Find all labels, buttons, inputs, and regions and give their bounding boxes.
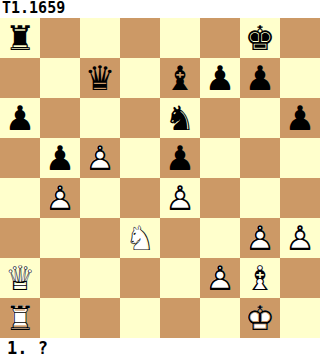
- square-c1[interactable]: [80, 298, 120, 338]
- piece-black-pawn[interactable]: ♟: [0, 98, 40, 138]
- square-b2[interactable]: [40, 258, 80, 298]
- piece-black-knight[interactable]: ♞: [160, 98, 200, 138]
- chess-puzzle-app: T1.1659 ♜♚♛♝♟♟♟♞♟♟♟♙♟♟♙♟♙♞♘♟♙♟♙♛♕♟♙♝♗♜♖♚…: [0, 0, 320, 360]
- square-f6[interactable]: [200, 98, 240, 138]
- square-f5[interactable]: [200, 138, 240, 178]
- square-a4[interactable]: [0, 178, 40, 218]
- piece-white-knight[interactable]: ♘: [120, 218, 160, 258]
- piece-black-pawn[interactable]: ♟: [200, 58, 240, 98]
- piece-black-pawn[interactable]: ♟: [240, 58, 280, 98]
- square-e2[interactable]: [160, 258, 200, 298]
- piece-white-pawn[interactable]: ♙: [280, 218, 320, 258]
- square-b1[interactable]: [40, 298, 80, 338]
- piece-black-pawn[interactable]: ♟: [280, 98, 320, 138]
- piece-white-pawn[interactable]: ♙: [160, 178, 200, 218]
- move-prompt: 1. ?: [0, 338, 320, 360]
- piece-black-bishop[interactable]: ♝: [160, 58, 200, 98]
- square-c4[interactable]: [80, 178, 120, 218]
- square-d3[interactable]: ♞♘: [120, 218, 160, 258]
- square-a5[interactable]: [0, 138, 40, 178]
- piece-white-pawn[interactable]: ♙: [240, 218, 280, 258]
- square-e3[interactable]: [160, 218, 200, 258]
- square-h2[interactable]: [280, 258, 320, 298]
- piece-white-pawn[interactable]: ♙: [200, 258, 240, 298]
- square-c8[interactable]: [80, 18, 120, 58]
- piece-white-king[interactable]: ♔: [240, 298, 280, 338]
- square-g7[interactable]: ♟: [240, 58, 280, 98]
- square-d5[interactable]: [120, 138, 160, 178]
- piece-white-bishop[interactable]: ♗: [240, 258, 280, 298]
- piece-white-queen[interactable]: ♕: [0, 258, 40, 298]
- square-b6[interactable]: [40, 98, 80, 138]
- square-f8[interactable]: [200, 18, 240, 58]
- square-g8[interactable]: ♚: [240, 18, 280, 58]
- piece-white-rook[interactable]: ♖: [0, 298, 40, 338]
- square-e8[interactable]: [160, 18, 200, 58]
- square-a1[interactable]: ♜♖: [0, 298, 40, 338]
- square-b5[interactable]: ♟: [40, 138, 80, 178]
- square-h8[interactable]: [280, 18, 320, 58]
- square-b4[interactable]: ♟♙: [40, 178, 80, 218]
- puzzle-title: T1.1659: [0, 0, 320, 18]
- square-a7[interactable]: [0, 58, 40, 98]
- piece-white-pawn[interactable]: ♙: [80, 138, 120, 178]
- square-g6[interactable]: [240, 98, 280, 138]
- piece-black-pawn[interactable]: ♟: [160, 138, 200, 178]
- chess-board: ♜♚♛♝♟♟♟♞♟♟♟♙♟♟♙♟♙♞♘♟♙♟♙♛♕♟♙♝♗♜♖♚♔: [0, 18, 320, 338]
- piece-black-queen[interactable]: ♛: [80, 58, 120, 98]
- square-g4[interactable]: [240, 178, 280, 218]
- piece-white-pawn[interactable]: ♙: [40, 178, 80, 218]
- square-e4[interactable]: ♟♙: [160, 178, 200, 218]
- square-f2[interactable]: ♟♙: [200, 258, 240, 298]
- square-a6[interactable]: ♟: [0, 98, 40, 138]
- square-h1[interactable]: [280, 298, 320, 338]
- square-e7[interactable]: ♝: [160, 58, 200, 98]
- square-g2[interactable]: ♝♗: [240, 258, 280, 298]
- square-c3[interactable]: [80, 218, 120, 258]
- square-d6[interactable]: [120, 98, 160, 138]
- piece-black-rook[interactable]: ♜: [0, 18, 40, 58]
- square-h4[interactable]: [280, 178, 320, 218]
- piece-black-king[interactable]: ♚: [240, 18, 280, 58]
- square-g1[interactable]: ♚♔: [240, 298, 280, 338]
- square-b3[interactable]: [40, 218, 80, 258]
- square-c7[interactable]: ♛: [80, 58, 120, 98]
- square-b7[interactable]: [40, 58, 80, 98]
- square-a8[interactable]: ♜: [0, 18, 40, 58]
- square-d8[interactable]: [120, 18, 160, 58]
- square-e6[interactable]: ♞: [160, 98, 200, 138]
- square-d1[interactable]: [120, 298, 160, 338]
- square-c5[interactable]: ♟♙: [80, 138, 120, 178]
- square-c6[interactable]: [80, 98, 120, 138]
- square-d7[interactable]: [120, 58, 160, 98]
- square-h3[interactable]: ♟♙: [280, 218, 320, 258]
- square-d4[interactable]: [120, 178, 160, 218]
- square-g5[interactable]: [240, 138, 280, 178]
- square-h7[interactable]: [280, 58, 320, 98]
- square-f7[interactable]: ♟: [200, 58, 240, 98]
- square-e5[interactable]: ♟: [160, 138, 200, 178]
- square-b8[interactable]: [40, 18, 80, 58]
- square-d2[interactable]: [120, 258, 160, 298]
- piece-black-pawn[interactable]: ♟: [40, 138, 80, 178]
- square-h5[interactable]: [280, 138, 320, 178]
- square-f3[interactable]: [200, 218, 240, 258]
- square-a3[interactable]: [0, 218, 40, 258]
- square-f4[interactable]: [200, 178, 240, 218]
- square-e1[interactable]: [160, 298, 200, 338]
- square-g3[interactable]: ♟♙: [240, 218, 280, 258]
- square-c2[interactable]: [80, 258, 120, 298]
- square-a2[interactable]: ♛♕: [0, 258, 40, 298]
- square-f1[interactable]: [200, 298, 240, 338]
- square-h6[interactable]: ♟: [280, 98, 320, 138]
